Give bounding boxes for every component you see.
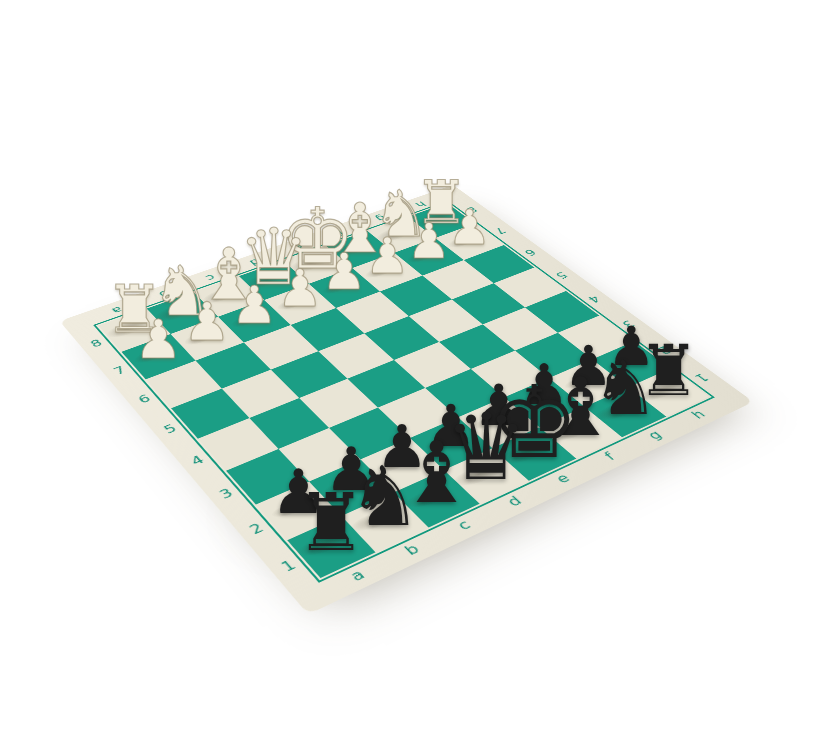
file-label-top-c: c <box>203 273 217 282</box>
rank-label-right-3: 3 <box>619 318 637 329</box>
rank-label-left-3: 3 <box>217 487 236 501</box>
rank-label-right-7: 7 <box>492 226 508 235</box>
rank-label-left-2: 2 <box>247 521 266 536</box>
file-label-bottom-f: f <box>602 451 618 463</box>
rank-label-right-4: 4 <box>585 294 602 304</box>
file-label-top-g: g <box>373 214 388 223</box>
rank-label-right-8: 8 <box>464 205 479 213</box>
rank-label-left-1: 1 <box>278 558 298 574</box>
file-label-bottom-e: e <box>553 472 573 486</box>
perspective-scene: aabbccddeeffgghh1122334455667788 <box>0 0 815 735</box>
file-label-top-f: f <box>334 228 346 236</box>
file-label-bottom-c: c <box>455 518 474 532</box>
rank-label-right-6: 6 <box>522 247 538 256</box>
rank-label-left-7: 7 <box>111 365 127 377</box>
file-label-bottom-b: b <box>402 542 422 557</box>
file-label-top-h: h <box>413 200 428 208</box>
rank-label-left-5: 5 <box>161 423 178 436</box>
chessboard-grid <box>98 203 709 578</box>
file-label-bottom-d: d <box>505 494 525 508</box>
file-label-bottom-a: a <box>348 568 368 584</box>
rank-label-left-8: 8 <box>88 338 104 349</box>
rank-label-right-2: 2 <box>654 344 672 355</box>
rank-label-left-4: 4 <box>188 454 206 467</box>
file-label-top-b: b <box>156 289 171 299</box>
rank-label-right-5: 5 <box>553 270 570 280</box>
file-label-bottom-h: h <box>689 408 708 420</box>
file-label-top-e: e <box>290 242 305 251</box>
file-label-top-a: a <box>109 305 124 315</box>
file-label-top-d: d <box>247 257 262 266</box>
rank-label-left-6: 6 <box>136 393 153 405</box>
product-photo-stage: aabbccddeeffgghh1122334455667788 ♜♞♝♛♚♝♞… <box>0 0 815 735</box>
file-label-bottom-g: g <box>645 429 665 442</box>
vinyl-chess-mat: aabbccddeeffgghh1122334455667788 <box>59 185 753 615</box>
